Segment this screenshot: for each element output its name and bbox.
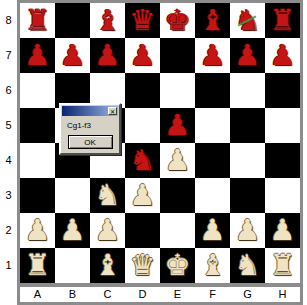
square-g2[interactable]: ♟ [230,213,265,248]
piece-white-pawn: ♟ [230,213,265,248]
piece-red-queen: ♛ [125,3,160,38]
square-a8[interactable]: ♜ [20,3,55,38]
square-e2[interactable] [160,213,195,248]
file-label-g: G [230,287,265,302]
piece-red-rook: ♜ [20,3,55,38]
square-g5[interactable] [230,108,265,143]
square-b2[interactable]: ♟ [55,213,90,248]
square-a4[interactable] [20,143,55,178]
piece-white-rook: ♜ [20,248,55,283]
rank-label-3: 3 [0,178,17,213]
piece-red-pawn: ♟ [195,38,230,73]
ok-button[interactable]: OK [68,135,113,149]
square-a5[interactable] [20,108,55,143]
piece-white-queen: ♛ [125,248,160,283]
square-e7[interactable] [160,38,195,73]
piece-red-pawn: ♟ [265,38,300,73]
piece-red-bishop: ♝ [195,3,230,38]
square-d8[interactable]: ♛ [125,3,160,38]
piece-red-knight: ♞ [125,143,160,178]
rank-label-2: 2 [0,213,17,248]
piece-white-pawn: ♟ [55,213,90,248]
piece-red-rook: ♜ [265,3,300,38]
piece-white-pawn: ♟ [125,178,160,213]
square-g3[interactable] [230,178,265,213]
square-g4[interactable] [230,143,265,178]
square-d6[interactable] [125,73,160,108]
rank-label-6: 6 [0,73,17,108]
piece-white-rook: ♜ [265,248,300,283]
square-e4[interactable]: ♟ [160,143,195,178]
square-g1[interactable]: ♞ [230,248,265,283]
rank-label-1: 1 [0,248,17,283]
square-d2[interactable] [125,213,160,248]
close-icon[interactable]: ✕ [108,107,117,115]
file-label-d: D [125,287,160,302]
square-d1[interactable]: ♛ [125,248,160,283]
square-d4[interactable]: ♞ [125,143,160,178]
piece-red-king: ♚ [160,3,195,38]
move-text: Cg1-f3 [67,121,119,130]
rank-label-8: 8 [0,3,17,38]
square-b8[interactable] [55,3,90,38]
square-f4[interactable] [195,143,230,178]
square-f7[interactable]: ♟ [195,38,230,73]
square-f3[interactable] [195,178,230,213]
square-e5[interactable]: ♟ [160,108,195,143]
square-g6[interactable] [230,73,265,108]
piece-red-bishop: ♝ [90,3,125,38]
square-a2[interactable]: ♟ [20,213,55,248]
square-b1[interactable] [55,248,90,283]
square-c1[interactable]: ♝ [90,248,125,283]
square-f1[interactable]: ♝ [195,248,230,283]
square-h5[interactable] [265,108,300,143]
rank-label-7: 7 [0,38,17,73]
square-e8[interactable]: ♚ [160,3,195,38]
file-label-f: F [195,287,230,302]
dialog-titlebar[interactable]: ✕ [62,106,118,116]
file-label-a: A [20,287,55,302]
square-c7[interactable]: ♟ [90,38,125,73]
piece-white-pawn: ♟ [195,213,230,248]
square-f5[interactable] [195,108,230,143]
file-label-e: E [160,287,195,302]
file-label-b: B [55,287,90,302]
square-g7[interactable]: ♟ [230,38,265,73]
square-h8[interactable]: ♜ [265,3,300,38]
square-h6[interactable] [265,73,300,108]
square-d5[interactable] [125,108,160,143]
piece-white-bishop: ♝ [195,248,230,283]
square-f8[interactable]: ♝ [195,3,230,38]
piece-white-pawn: ♟ [265,213,300,248]
square-h1[interactable]: ♜ [265,248,300,283]
piece-red-pawn: ♟ [125,38,160,73]
piece-red-pawn: ♟ [230,38,265,73]
piece-red-pawn: ♟ [160,108,195,143]
piece-white-bishop: ♝ [90,248,125,283]
square-a7[interactable]: ♟ [20,38,55,73]
square-f2[interactable]: ♟ [195,213,230,248]
file-label-h: H [265,287,300,302]
square-h2[interactable]: ♟ [265,213,300,248]
rank-label-4: 4 [0,143,17,178]
file-labels: A B C D E F G H [20,287,300,302]
rank-label-5: 5 [0,108,17,143]
piece-white-pawn: ♟ [90,213,125,248]
piece-red-pawn: ♟ [90,38,125,73]
square-a1[interactable]: ♜ [20,248,55,283]
square-c2[interactable]: ♟ [90,213,125,248]
square-a3[interactable] [20,178,55,213]
square-d3[interactable]: ♟ [125,178,160,213]
square-f6[interactable] [195,73,230,108]
square-b7[interactable]: ♟ [55,38,90,73]
square-a6[interactable] [20,73,55,108]
square-d7[interactable]: ♟ [125,38,160,73]
square-h7[interactable]: ♟ [265,38,300,73]
piece-white-knight: ♞ [90,178,125,213]
rank-labels: 8 7 6 5 4 3 2 1 [0,3,17,283]
piece-white-knight: ♞ [230,248,265,283]
piece-red-pawn: ♟ [20,38,55,73]
square-e1[interactable]: ♚ [160,248,195,283]
move-dialog: ✕ Cg1-f3 OK [59,103,121,155]
square-e6[interactable] [160,73,195,108]
square-h3[interactable] [265,178,300,213]
piece-white-pawn: ♟ [160,143,195,178]
square-b3[interactable] [55,178,90,213]
square-h4[interactable] [265,143,300,178]
piece-white-king: ♚ [160,248,195,283]
square-g8[interactable]: ♞ [230,3,265,38]
piece-red-pawn: ♟ [55,38,90,73]
square-e3[interactable] [160,178,195,213]
square-c8[interactable]: ♝ [90,3,125,38]
square-c3[interactable]: ♞ [90,178,125,213]
file-label-c: C [90,287,125,302]
piece-white-pawn: ♟ [20,213,55,248]
